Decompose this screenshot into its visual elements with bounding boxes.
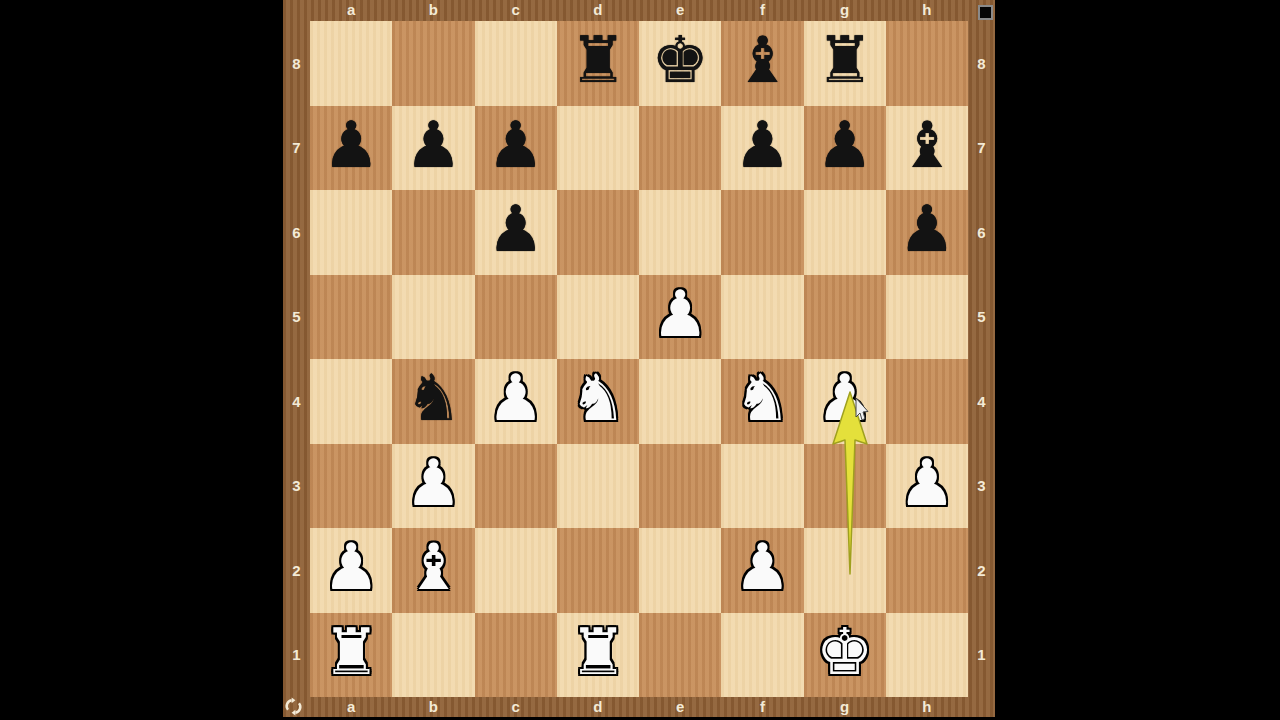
rank-label-1: 1 bbox=[283, 613, 310, 698]
rank-label-5: 5 bbox=[968, 275, 995, 360]
white-rook-a1[interactable]: ♜ bbox=[322, 620, 379, 684]
square-b1[interactable] bbox=[392, 613, 474, 698]
square-b7[interactable]: ♟ bbox=[392, 106, 474, 191]
square-c4[interactable]: ♟ bbox=[475, 359, 557, 444]
file-label-g: g bbox=[804, 697, 886, 717]
square-e8[interactable]: ♚ bbox=[639, 21, 721, 106]
square-d7[interactable] bbox=[557, 106, 639, 191]
square-d1[interactable]: ♜ bbox=[557, 613, 639, 698]
file-label-c: c bbox=[475, 697, 557, 717]
square-f1[interactable] bbox=[721, 613, 803, 698]
black-rook-d8[interactable]: ♜ bbox=[569, 28, 626, 92]
white-knight-d4[interactable]: ♞ bbox=[569, 366, 626, 430]
square-b8[interactable] bbox=[392, 21, 474, 106]
black-pawn-c6[interactable]: ♟ bbox=[487, 197, 544, 261]
rank-label-5: 5 bbox=[283, 275, 310, 360]
white-pawn-e5[interactable]: ♟ bbox=[651, 282, 708, 346]
black-pawn-g7[interactable]: ♟ bbox=[816, 113, 873, 177]
rank-labels-right: 87654321 bbox=[968, 21, 995, 697]
rank-label-2: 2 bbox=[283, 528, 310, 613]
black-rook-g8[interactable]: ♜ bbox=[816, 28, 873, 92]
square-h8[interactable] bbox=[886, 21, 968, 106]
square-h5[interactable] bbox=[886, 275, 968, 360]
rank-label-3: 3 bbox=[968, 444, 995, 529]
white-pawn-h3[interactable]: ♟ bbox=[898, 451, 955, 515]
square-f6[interactable] bbox=[721, 190, 803, 275]
square-b3[interactable]: ♟ bbox=[392, 444, 474, 529]
square-g7[interactable]: ♟ bbox=[804, 106, 886, 191]
board-grid: ♜♚♝♜♟♟♟♟♟♝♟♟♟♞♟♞♞♟♟♟♟♝♟♜♜♚ bbox=[310, 21, 968, 697]
square-h2[interactable] bbox=[886, 528, 968, 613]
file-label-c: c bbox=[475, 0, 557, 21]
file-label-a: a bbox=[310, 697, 392, 717]
square-d2[interactable] bbox=[557, 528, 639, 613]
square-a6[interactable] bbox=[310, 190, 392, 275]
white-pawn-f2[interactable]: ♟ bbox=[734, 535, 791, 599]
square-b5[interactable] bbox=[392, 275, 474, 360]
file-label-g: g bbox=[804, 0, 886, 21]
square-g2[interactable] bbox=[804, 528, 886, 613]
square-d3[interactable] bbox=[557, 444, 639, 529]
square-c1[interactable] bbox=[475, 613, 557, 698]
file-label-f: f bbox=[721, 0, 803, 21]
square-a3[interactable] bbox=[310, 444, 392, 529]
square-d4[interactable]: ♞ bbox=[557, 359, 639, 444]
rank-label-8: 8 bbox=[968, 21, 995, 106]
square-f4[interactable]: ♞ bbox=[721, 359, 803, 444]
square-d6[interactable] bbox=[557, 190, 639, 275]
square-a2[interactable]: ♟ bbox=[310, 528, 392, 613]
white-knight-f4[interactable]: ♞ bbox=[734, 366, 791, 430]
square-f8[interactable]: ♝ bbox=[721, 21, 803, 106]
square-c3[interactable] bbox=[475, 444, 557, 529]
black-bishop-h7[interactable]: ♝ bbox=[898, 113, 955, 177]
square-h4[interactable] bbox=[886, 359, 968, 444]
flip-board-icon[interactable] bbox=[284, 697, 303, 716]
square-e2[interactable] bbox=[639, 528, 721, 613]
stop-square-icon bbox=[978, 5, 993, 20]
file-label-d: d bbox=[557, 0, 639, 21]
file-label-e: e bbox=[639, 697, 721, 717]
black-pawn-b7[interactable]: ♟ bbox=[405, 113, 462, 177]
white-rook-d1[interactable]: ♜ bbox=[569, 620, 626, 684]
file-label-b: b bbox=[392, 697, 474, 717]
square-b6[interactable] bbox=[392, 190, 474, 275]
rank-label-7: 7 bbox=[968, 106, 995, 191]
rank-label-2: 2 bbox=[968, 528, 995, 613]
square-a1[interactable]: ♜ bbox=[310, 613, 392, 698]
black-pawn-h6[interactable]: ♟ bbox=[898, 197, 955, 261]
file-label-h: h bbox=[886, 0, 968, 21]
square-h6[interactable]: ♟ bbox=[886, 190, 968, 275]
square-d5[interactable] bbox=[557, 275, 639, 360]
black-king-e8[interactable]: ♚ bbox=[651, 28, 708, 92]
white-bishop-b2[interactable]: ♝ bbox=[405, 535, 462, 599]
file-labels-top: abcdefgh bbox=[310, 0, 968, 21]
square-c6[interactable]: ♟ bbox=[475, 190, 557, 275]
square-f2[interactable]: ♟ bbox=[721, 528, 803, 613]
square-g8[interactable]: ♜ bbox=[804, 21, 886, 106]
square-d8[interactable]: ♜ bbox=[557, 21, 639, 106]
square-c8[interactable] bbox=[475, 21, 557, 106]
rank-label-3: 3 bbox=[283, 444, 310, 529]
white-king-g1[interactable]: ♚ bbox=[816, 620, 873, 684]
rank-label-4: 4 bbox=[283, 359, 310, 444]
file-label-f: f bbox=[721, 697, 803, 717]
rank-label-4: 4 bbox=[968, 359, 995, 444]
square-f7[interactable]: ♟ bbox=[721, 106, 803, 191]
square-e3[interactable] bbox=[639, 444, 721, 529]
rank-label-8: 8 bbox=[283, 21, 310, 106]
square-h1[interactable] bbox=[886, 613, 968, 698]
square-h3[interactable]: ♟ bbox=[886, 444, 968, 529]
square-h7[interactable]: ♝ bbox=[886, 106, 968, 191]
white-pawn-g4[interactable]: ♟ bbox=[816, 366, 873, 430]
square-e7[interactable] bbox=[639, 106, 721, 191]
rank-labels-left: 87654321 bbox=[283, 21, 310, 697]
square-c7[interactable]: ♟ bbox=[475, 106, 557, 191]
square-g4[interactable]: ♟ bbox=[804, 359, 886, 444]
file-label-d: d bbox=[557, 697, 639, 717]
rank-label-6: 6 bbox=[968, 190, 995, 275]
square-b4[interactable]: ♞ bbox=[392, 359, 474, 444]
black-knight-b4[interactable]: ♞ bbox=[405, 366, 462, 430]
video-frame: abcdefgh abcdefgh 87654321 87654321 ♜♚♝♜… bbox=[0, 0, 1280, 720]
square-e4[interactable] bbox=[639, 359, 721, 444]
white-pawn-a2[interactable]: ♟ bbox=[322, 535, 379, 599]
square-g3[interactable] bbox=[804, 444, 886, 529]
square-g6[interactable] bbox=[804, 190, 886, 275]
square-e5[interactable]: ♟ bbox=[639, 275, 721, 360]
file-label-h: h bbox=[886, 697, 968, 717]
rank-label-1: 1 bbox=[968, 613, 995, 698]
square-g5[interactable] bbox=[804, 275, 886, 360]
rank-label-6: 6 bbox=[283, 190, 310, 275]
white-pawn-c4[interactable]: ♟ bbox=[487, 366, 544, 430]
square-c2[interactable] bbox=[475, 528, 557, 613]
file-labels-bottom: abcdefgh bbox=[310, 697, 968, 717]
square-a5[interactable] bbox=[310, 275, 392, 360]
black-pawn-c7[interactable]: ♟ bbox=[487, 113, 544, 177]
square-c5[interactable] bbox=[475, 275, 557, 360]
file-label-e: e bbox=[639, 0, 721, 21]
rank-label-7: 7 bbox=[283, 106, 310, 191]
square-e6[interactable] bbox=[639, 190, 721, 275]
file-label-b: b bbox=[392, 0, 474, 21]
square-g1[interactable]: ♚ bbox=[804, 613, 886, 698]
square-f5[interactable] bbox=[721, 275, 803, 360]
white-pawn-b3[interactable]: ♟ bbox=[405, 451, 462, 515]
black-bishop-f8[interactable]: ♝ bbox=[734, 28, 791, 92]
square-e1[interactable] bbox=[639, 613, 721, 698]
square-a4[interactable] bbox=[310, 359, 392, 444]
chess-board: abcdefgh abcdefgh 87654321 87654321 ♜♚♝♜… bbox=[283, 0, 995, 717]
square-b2[interactable]: ♝ bbox=[392, 528, 474, 613]
file-label-a: a bbox=[310, 0, 392, 21]
black-pawn-f7[interactable]: ♟ bbox=[734, 113, 791, 177]
black-pawn-a7[interactable]: ♟ bbox=[322, 113, 379, 177]
square-a8[interactable] bbox=[310, 21, 392, 106]
square-f3[interactable] bbox=[721, 444, 803, 529]
square-a7[interactable]: ♟ bbox=[310, 106, 392, 191]
